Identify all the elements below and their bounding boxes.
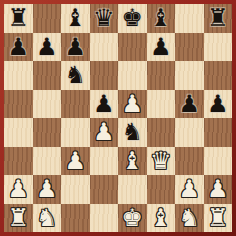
piece-white-king[interactable]: ♚ xyxy=(121,204,143,232)
square-d4[interactable]: ♟ xyxy=(90,118,119,147)
square-a2[interactable]: ♟ xyxy=(4,175,33,204)
square-h1[interactable]: ♜ xyxy=(204,204,233,233)
square-e8[interactable]: ♚ xyxy=(118,4,147,33)
square-a1[interactable]: ♜ xyxy=(4,204,33,233)
square-a3[interactable] xyxy=(4,147,33,176)
square-d5[interactable]: ♟ xyxy=(90,90,119,119)
square-h5[interactable]: ♟ xyxy=(204,90,233,119)
piece-white-knight[interactable]: ♞ xyxy=(36,204,58,232)
piece-black-rook[interactable]: ♜ xyxy=(7,4,29,32)
piece-black-king[interactable]: ♚ xyxy=(121,4,143,32)
piece-black-queen[interactable]: ♛ xyxy=(93,4,115,32)
square-f6[interactable] xyxy=(147,61,176,90)
square-g7[interactable] xyxy=(175,33,204,62)
square-c4[interactable] xyxy=(61,118,90,147)
piece-white-rook[interactable]: ♜ xyxy=(7,204,29,232)
square-b1[interactable]: ♞ xyxy=(33,204,62,233)
square-b4[interactable] xyxy=(33,118,62,147)
square-a8[interactable]: ♜ xyxy=(4,4,33,33)
square-g4[interactable] xyxy=(175,118,204,147)
piece-white-pawn[interactable]: ♟ xyxy=(207,175,229,203)
square-e5[interactable]: ♟ xyxy=(118,90,147,119)
square-c1[interactable] xyxy=(61,204,90,233)
piece-black-pawn[interactable]: ♟ xyxy=(178,90,200,118)
square-g3[interactable] xyxy=(175,147,204,176)
square-c7[interactable]: ♟ xyxy=(61,33,90,62)
square-b3[interactable] xyxy=(33,147,62,176)
piece-black-pawn[interactable]: ♟ xyxy=(207,90,229,118)
square-f4[interactable] xyxy=(147,118,176,147)
square-d6[interactable] xyxy=(90,61,119,90)
square-f8[interactable]: ♝ xyxy=(147,4,176,33)
square-d2[interactable] xyxy=(90,175,119,204)
piece-black-rook[interactable]: ♜ xyxy=(207,4,229,32)
piece-white-pawn[interactable]: ♟ xyxy=(36,175,58,203)
chess-board: ♜♝♛♚♝♜♟♟♟♟♞♟♟♟♟♟♞♟♝♛♟♟♟♟♜♞♚♝♞♜ xyxy=(4,4,232,232)
square-g5[interactable]: ♟ xyxy=(175,90,204,119)
square-a5[interactable] xyxy=(4,90,33,119)
square-h7[interactable] xyxy=(204,33,233,62)
piece-white-pawn[interactable]: ♟ xyxy=(7,175,29,203)
square-c8[interactable]: ♝ xyxy=(61,4,90,33)
piece-black-pawn[interactable]: ♟ xyxy=(7,33,29,61)
square-a7[interactable]: ♟ xyxy=(4,33,33,62)
square-b8[interactable] xyxy=(33,4,62,33)
square-e1[interactable]: ♚ xyxy=(118,204,147,233)
square-h3[interactable] xyxy=(204,147,233,176)
square-f2[interactable] xyxy=(147,175,176,204)
square-e4[interactable]: ♞ xyxy=(118,118,147,147)
square-b7[interactable]: ♟ xyxy=(33,33,62,62)
piece-white-pawn[interactable]: ♟ xyxy=(178,175,200,203)
square-d1[interactable] xyxy=(90,204,119,233)
square-g8[interactable] xyxy=(175,4,204,33)
square-e3[interactable]: ♝ xyxy=(118,147,147,176)
square-h8[interactable]: ♜ xyxy=(204,4,233,33)
piece-black-pawn[interactable]: ♟ xyxy=(150,33,172,61)
piece-black-pawn[interactable]: ♟ xyxy=(36,33,58,61)
piece-white-bishop[interactable]: ♝ xyxy=(150,204,172,232)
square-g6[interactable] xyxy=(175,61,204,90)
piece-black-knight[interactable]: ♞ xyxy=(121,118,143,146)
piece-white-pawn[interactable]: ♟ xyxy=(93,118,115,146)
square-e2[interactable] xyxy=(118,175,147,204)
square-f7[interactable]: ♟ xyxy=(147,33,176,62)
square-d7[interactable] xyxy=(90,33,119,62)
piece-black-knight[interactable]: ♞ xyxy=(64,61,86,89)
piece-white-knight[interactable]: ♞ xyxy=(178,204,200,232)
board-frame: ♜♝♛♚♝♜♟♟♟♟♞♟♟♟♟♟♞♟♝♛♟♟♟♟♜♞♚♝♞♜ xyxy=(0,0,236,236)
square-b2[interactable]: ♟ xyxy=(33,175,62,204)
piece-white-bishop[interactable]: ♝ xyxy=(121,147,143,175)
piece-black-pawn[interactable]: ♟ xyxy=(64,33,86,61)
square-e7[interactable] xyxy=(118,33,147,62)
square-c6[interactable]: ♞ xyxy=(61,61,90,90)
square-c2[interactable] xyxy=(61,175,90,204)
piece-white-rook[interactable]: ♜ xyxy=(207,204,229,232)
square-f5[interactable] xyxy=(147,90,176,119)
square-c5[interactable] xyxy=(61,90,90,119)
square-h6[interactable] xyxy=(204,61,233,90)
piece-black-bishop[interactable]: ♝ xyxy=(150,4,172,32)
square-g2[interactable]: ♟ xyxy=(175,175,204,204)
square-e6[interactable] xyxy=(118,61,147,90)
square-d3[interactable] xyxy=(90,147,119,176)
square-h4[interactable] xyxy=(204,118,233,147)
square-f3[interactable]: ♛ xyxy=(147,147,176,176)
square-h2[interactable]: ♟ xyxy=(204,175,233,204)
square-a6[interactable] xyxy=(4,61,33,90)
square-f1[interactable]: ♝ xyxy=(147,204,176,233)
square-g1[interactable]: ♞ xyxy=(175,204,204,233)
piece-black-bishop[interactable]: ♝ xyxy=(64,4,86,32)
square-d8[interactable]: ♛ xyxy=(90,4,119,33)
piece-white-queen[interactable]: ♛ xyxy=(150,147,172,175)
square-c3[interactable]: ♟ xyxy=(61,147,90,176)
piece-white-pawn[interactable]: ♟ xyxy=(121,90,143,118)
piece-black-pawn[interactable]: ♟ xyxy=(93,90,115,118)
square-b5[interactable] xyxy=(33,90,62,119)
square-a4[interactable] xyxy=(4,118,33,147)
piece-white-pawn[interactable]: ♟ xyxy=(64,147,86,175)
square-b6[interactable] xyxy=(33,61,62,90)
